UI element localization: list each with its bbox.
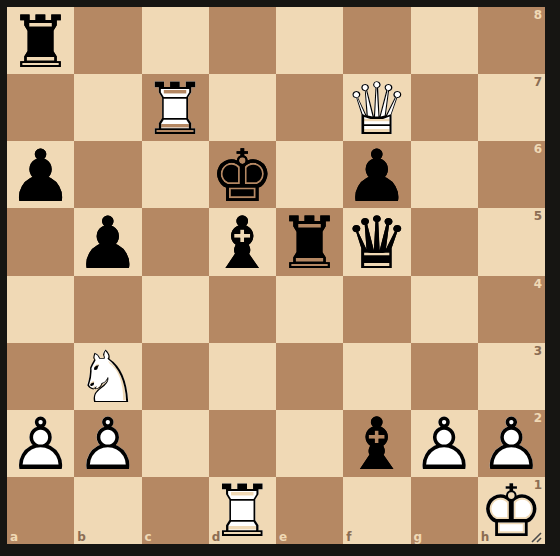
square-d6[interactable]: ♚♔ <box>209 141 276 208</box>
white-knight[interactable]: ♞♘ <box>74 343 141 410</box>
white-pawn[interactable]: ♟♙ <box>74 410 141 477</box>
rank-label-2: 2 <box>534 411 542 425</box>
resize-grip-icon <box>528 529 544 544</box>
square-b8[interactable] <box>74 7 141 74</box>
file-label-f: f <box>346 530 351 544</box>
square-a3[interactable] <box>7 343 74 410</box>
black-rook-outline-glyph: ♖ <box>7 8 74 75</box>
square-b5[interactable]: ♟♙ <box>74 208 141 275</box>
black-pawn-outline-glyph: ♙ <box>74 209 141 276</box>
square-h3[interactable]: 3 <box>478 343 545 410</box>
file-label-h: h <box>481 530 490 544</box>
square-d1[interactable]: ♜♖d <box>209 477 276 544</box>
file-label-g: g <box>414 530 423 544</box>
black-bishop-outline-glyph: ♗ <box>209 209 276 276</box>
white-queen-outline-glyph: ♕ <box>343 75 410 142</box>
square-a2[interactable]: ♟♙ <box>7 410 74 477</box>
square-e5[interactable]: ♜♖ <box>276 208 343 275</box>
square-f5[interactable]: ♛♕ <box>343 208 410 275</box>
square-d8[interactable] <box>209 7 276 74</box>
square-h4[interactable]: 4 <box>478 276 545 343</box>
square-c8[interactable] <box>142 7 209 74</box>
rank-label-6: 6 <box>534 142 542 156</box>
square-g3[interactable] <box>411 343 478 410</box>
square-f3[interactable] <box>343 343 410 410</box>
square-e2[interactable] <box>276 410 343 477</box>
square-c5[interactable] <box>142 208 209 275</box>
square-c1[interactable]: c <box>142 477 209 544</box>
file-label-b: b <box>77 530 86 544</box>
black-pawn[interactable]: ♟♙ <box>343 141 410 208</box>
black-pawn[interactable]: ♟♙ <box>74 208 141 275</box>
black-king-outline-glyph: ♔ <box>209 142 276 209</box>
file-label-d: d <box>212 530 221 544</box>
square-c2[interactable] <box>142 410 209 477</box>
black-bishop[interactable]: ♝♗ <box>343 410 410 477</box>
black-rook[interactable]: ♜♖ <box>276 208 343 275</box>
square-e6[interactable] <box>276 141 343 208</box>
square-d2[interactable] <box>209 410 276 477</box>
square-c4[interactable] <box>142 276 209 343</box>
file-label-c: c <box>145 530 152 544</box>
square-a7[interactable] <box>7 74 74 141</box>
square-c3[interactable] <box>142 343 209 410</box>
white-pawn[interactable]: ♟♙ <box>411 410 478 477</box>
white-pawn-outline-glyph: ♙ <box>7 411 74 478</box>
square-f4[interactable] <box>343 276 410 343</box>
square-h2[interactable]: ♟♙2 <box>478 410 545 477</box>
square-b1[interactable]: b <box>74 477 141 544</box>
square-b4[interactable] <box>74 276 141 343</box>
square-f1[interactable]: f <box>343 477 410 544</box>
white-rook-outline-glyph: ♖ <box>142 75 209 142</box>
black-pawn-outline-glyph: ♙ <box>7 142 74 209</box>
square-g5[interactable] <box>411 208 478 275</box>
square-e1[interactable]: e <box>276 477 343 544</box>
square-e4[interactable] <box>276 276 343 343</box>
square-h5[interactable]: 5 <box>478 208 545 275</box>
black-rook[interactable]: ♜♖ <box>7 7 74 74</box>
rank-label-3: 3 <box>534 344 542 358</box>
white-rook[interactable]: ♜♖ <box>142 74 209 141</box>
square-b6[interactable] <box>74 141 141 208</box>
rank-label-5: 5 <box>534 209 542 223</box>
square-e8[interactable] <box>276 7 343 74</box>
board-resize-handle[interactable] <box>528 529 544 544</box>
square-d4[interactable] <box>209 276 276 343</box>
square-h8[interactable]: 8 <box>478 7 545 74</box>
file-label-e: e <box>279 530 287 544</box>
black-queen-outline-glyph: ♕ <box>343 209 410 276</box>
square-g6[interactable] <box>411 141 478 208</box>
black-queen[interactable]: ♛♕ <box>343 208 410 275</box>
black-rook-outline-glyph: ♖ <box>276 209 343 276</box>
square-g1[interactable]: g <box>411 477 478 544</box>
rank-label-4: 4 <box>534 277 542 291</box>
square-a4[interactable] <box>7 276 74 343</box>
square-g8[interactable] <box>411 7 478 74</box>
square-a6[interactable]: ♟♙ <box>7 141 74 208</box>
white-pawn[interactable]: ♟♙ <box>7 410 74 477</box>
square-f7[interactable]: ♛♕ <box>343 74 410 141</box>
black-pawn[interactable]: ♟♙ <box>7 141 74 208</box>
square-e7[interactable] <box>276 74 343 141</box>
rank-label-8: 8 <box>534 8 542 22</box>
black-bishop[interactable]: ♝♗ <box>209 208 276 275</box>
square-d7[interactable] <box>209 74 276 141</box>
square-c7[interactable]: ♜♖ <box>142 74 209 141</box>
square-f6[interactable]: ♟♙ <box>343 141 410 208</box>
white-pawn-outline-glyph: ♙ <box>411 411 478 478</box>
square-f8[interactable] <box>343 7 410 74</box>
square-d5[interactable]: ♝♗ <box>209 208 276 275</box>
square-c6[interactable] <box>142 141 209 208</box>
white-knight-outline-glyph: ♘ <box>74 344 141 411</box>
square-f2[interactable]: ♝♗ <box>343 410 410 477</box>
square-g2[interactable]: ♟♙ <box>411 410 478 477</box>
black-bishop-outline-glyph: ♗ <box>343 411 410 478</box>
file-label-a: a <box>10 530 18 544</box>
black-pawn-outline-glyph: ♙ <box>343 142 410 209</box>
square-e3[interactable] <box>276 343 343 410</box>
square-a5[interactable] <box>7 208 74 275</box>
square-h7[interactable]: 7 <box>478 74 545 141</box>
white-pawn-outline-glyph: ♙ <box>74 411 141 478</box>
white-queen[interactable]: ♛♕ <box>343 74 410 141</box>
square-b2[interactable]: ♟♙ <box>74 410 141 477</box>
square-h6[interactable]: 6 <box>478 141 545 208</box>
square-b7[interactable] <box>74 74 141 141</box>
square-a8[interactable]: ♜♖ <box>7 7 74 74</box>
square-g7[interactable] <box>411 74 478 141</box>
black-king[interactable]: ♚♔ <box>209 141 276 208</box>
square-a1[interactable]: a <box>7 477 74 544</box>
chess-board: ♜♖8♜♖♛♕7♟♙♚♔♟♙6♟♙♝♗♜♖♛♕54♞♘3♟♙♟♙♝♗♟♙♟♙2a… <box>7 7 545 544</box>
rank-label-7: 7 <box>534 75 542 89</box>
square-g4[interactable] <box>411 276 478 343</box>
rank-label-1: 1 <box>534 478 542 492</box>
page-background: ♜♖8♜♖♛♕7♟♙♚♔♟♙6♟♙♝♗♜♖♛♕54♞♘3♟♙♟♙♝♗♟♙♟♙2a… <box>0 0 560 556</box>
square-d3[interactable] <box>209 343 276 410</box>
square-b3[interactable]: ♞♘ <box>74 343 141 410</box>
